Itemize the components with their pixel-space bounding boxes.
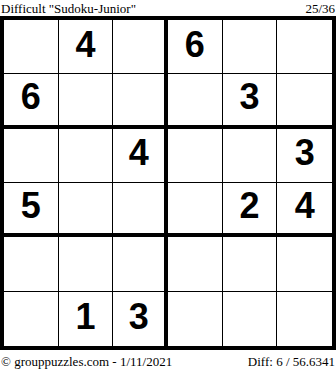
page-footer: © grouppuzzles.com - 1/11/2021 Diff: 6 /… [0,350,336,370]
cell-r6c3[interactable]: 3 [113,292,168,346]
cell-r1c3[interactable] [113,20,168,74]
cell-r1c1[interactable] [4,20,59,74]
empty-cell-counter: 25/36 [305,1,335,16]
cell-r2c1[interactable]: 6 [4,74,59,128]
cell-r4c4[interactable] [168,183,223,237]
cell-r6c5[interactable] [223,292,278,346]
page-header: Difficult "Sudoku-Junior" 25/36 [0,0,336,16]
cell-r6c4[interactable] [168,292,223,346]
cell-r4c5[interactable]: 2 [223,183,278,237]
cell-r3c2[interactable] [59,129,114,183]
cell-r5c4[interactable] [168,237,223,291]
cell-r5c6[interactable] [277,237,332,291]
cell-r5c3[interactable] [113,237,168,291]
cell-r4c1[interactable]: 5 [4,183,59,237]
cell-r3c5[interactable] [223,129,278,183]
cell-r6c1[interactable] [4,292,59,346]
cell-r4c6[interactable]: 4 [277,183,332,237]
cell-r5c2[interactable] [59,237,114,291]
cell-r5c5[interactable] [223,237,278,291]
cell-r6c2[interactable]: 1 [59,292,114,346]
cell-r1c2[interactable]: 4 [59,20,114,74]
sudoku-board: 46634352413 [0,16,336,350]
cell-r4c3[interactable] [113,183,168,237]
cell-r3c3[interactable]: 4 [113,129,168,183]
cell-r1c6[interactable] [277,20,332,74]
copyright-text: © grouppuzzles.com - 1/11/2021 [1,354,172,369]
cell-r4c2[interactable] [59,183,114,237]
cell-r2c5[interactable]: 3 [223,74,278,128]
cell-r1c5[interactable] [223,20,278,74]
cell-r2c4[interactable] [168,74,223,128]
cell-r2c2[interactable] [59,74,114,128]
cell-r3c4[interactable] [168,129,223,183]
cell-r3c1[interactable] [4,129,59,183]
cell-r2c6[interactable] [277,74,332,128]
difficulty-rating: Diff: 6 / 56.6341 [248,354,335,369]
cell-r3c6[interactable]: 3 [277,129,332,183]
cell-r6c6[interactable] [277,292,332,346]
cell-r5c1[interactable] [4,237,59,291]
cell-r1c4[interactable]: 6 [168,20,223,74]
cell-r2c3[interactable] [113,74,168,128]
puzzle-title: Difficult "Sudoku-Junior" [1,1,136,16]
